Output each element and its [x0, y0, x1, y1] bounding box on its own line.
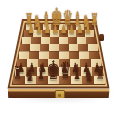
- white-pawn: ♟: [60, 24, 68, 35]
- black-knight: ♞: [24, 64, 36, 83]
- square: [59, 37, 68, 44]
- square: [41, 37, 50, 44]
- square: [22, 37, 31, 44]
- board-front-edge: [8, 89, 110, 99]
- black-knight: ♞: [83, 64, 95, 83]
- black-queen: ♛: [60, 60, 72, 83]
- square: [77, 37, 86, 44]
- white-pawn: ♟: [27, 24, 35, 35]
- white-pawn: ♟: [43, 24, 51, 35]
- white-pawn: ♟: [76, 24, 84, 35]
- black-back-rank: ♜♞♝♚♛♝♞♜: [12, 54, 106, 83]
- board-rank-row: [22, 37, 95, 44]
- square: [31, 37, 40, 44]
- white-pawn: ♟: [51, 24, 59, 35]
- white-pawn: ♟: [35, 24, 43, 35]
- board-fold-seam: [18, 51, 100, 52]
- square: [86, 37, 95, 44]
- white-pawn-rank: ♟♟♟♟♟♟♟♟: [27, 21, 92, 36]
- black-rook: ♜: [94, 65, 106, 83]
- square: [68, 37, 77, 44]
- black-king: ♚: [47, 57, 60, 83]
- folding-wooden-chess-set-photo: ♜♞♝♚♛♝♞♜ ♟♟♟♟♟♟♟♟ ♟♟♟♟♟♟♟♟ ♜♞♝♚♛♝♞♜: [0, 0, 120, 120]
- black-rook: ♜: [12, 65, 24, 83]
- black-bishop: ♝: [35, 63, 47, 83]
- white-pawn: ♟: [68, 24, 76, 35]
- hinge: [99, 34, 105, 41]
- square: [50, 37, 59, 44]
- white-pawn: ♟: [84, 24, 92, 35]
- black-bishop: ♝: [71, 63, 83, 83]
